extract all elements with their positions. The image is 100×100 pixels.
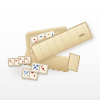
box-right-end <box>67 53 81 73</box>
pip <box>15 60 16 61</box>
pip <box>26 74 28 76</box>
pip <box>32 68 34 70</box>
pip <box>12 62 13 63</box>
pip <box>20 58 21 59</box>
pip <box>43 70 45 72</box>
lid-finger-notch <box>79 33 85 37</box>
pip <box>23 73 25 75</box>
pip <box>33 75 35 77</box>
domino-half <box>39 64 47 73</box>
pip <box>35 68 37 70</box>
domino-half <box>25 57 30 63</box>
domino-tile <box>18 55 31 64</box>
pip <box>48 33 50 35</box>
product-photo <box>0 0 100 100</box>
pip <box>22 60 23 61</box>
domino-half <box>8 58 14 64</box>
pip <box>28 60 29 61</box>
